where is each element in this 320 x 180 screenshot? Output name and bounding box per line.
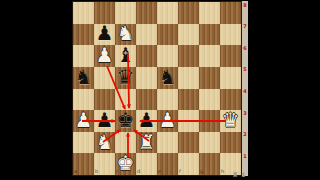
square-b3[interactable]: ♟ xyxy=(94,110,115,132)
black-knight-e5[interactable]: ♞ xyxy=(159,67,177,87)
square-e2[interactable] xyxy=(157,132,178,154)
square-b4[interactable] xyxy=(94,89,115,111)
square-e7[interactable] xyxy=(157,24,178,46)
square-f7[interactable] xyxy=(178,24,199,46)
square-c6[interactable]: ♝ xyxy=(115,45,136,67)
square-h7[interactable] xyxy=(220,24,241,46)
square-f8[interactable] xyxy=(178,2,199,24)
square-g7[interactable] xyxy=(199,24,220,46)
video-frame: ♟♞♟♝♞♛♞♟♟♚♟♟♛♞♜♚ 87654321 ♜ ♝ abcdefgh xyxy=(0,0,320,180)
square-g2[interactable] xyxy=(199,132,220,154)
file-label-c: c xyxy=(116,169,119,174)
square-g3[interactable] xyxy=(199,110,220,132)
white-king-c1[interactable]: ♚ xyxy=(117,153,135,173)
rank-label-5: 5 xyxy=(242,66,248,72)
square-b5[interactable] xyxy=(94,67,115,89)
square-a4[interactable] xyxy=(73,89,94,111)
square-f4[interactable] xyxy=(178,89,199,111)
square-h2[interactable] xyxy=(220,132,241,154)
white-pawn-e3[interactable]: ♟ xyxy=(159,110,177,130)
file-label-h: h xyxy=(221,169,224,174)
square-a8[interactable] xyxy=(73,2,94,24)
square-c2[interactable] xyxy=(115,132,136,154)
square-e3[interactable]: ♟ xyxy=(157,110,178,132)
square-a6[interactable] xyxy=(73,45,94,67)
white-knight-b2[interactable]: ♞ xyxy=(96,132,114,152)
square-b8[interactable] xyxy=(94,2,115,24)
square-d4[interactable] xyxy=(136,89,157,111)
square-b6[interactable]: ♟ xyxy=(94,45,115,67)
white-knight-c7[interactable]: ♞ xyxy=(117,23,135,43)
material-white-rook-icon: ♜ xyxy=(232,172,238,179)
white-queen-h3[interactable]: ♛ xyxy=(222,110,240,130)
file-label-e: e xyxy=(158,169,161,174)
file-label-f: f xyxy=(179,169,181,174)
square-b2[interactable]: ♞ xyxy=(94,132,115,154)
black-bishop-c6[interactable]: ♝ xyxy=(117,45,135,65)
black-queen-c5[interactable]: ♛ xyxy=(117,67,135,87)
rank-label-8: 8 xyxy=(242,2,248,8)
rank-label-4: 4 xyxy=(242,88,248,94)
square-e6[interactable] xyxy=(157,45,178,67)
square-h5[interactable] xyxy=(220,67,241,89)
white-pawn-a3[interactable]: ♟ xyxy=(75,110,93,130)
rank-label-7: 7 xyxy=(242,23,248,29)
white-rook-d2[interactable]: ♜ xyxy=(138,132,156,152)
square-d2[interactable]: ♜ xyxy=(136,132,157,154)
square-f3[interactable] xyxy=(178,110,199,132)
square-c7[interactable]: ♞ xyxy=(115,24,136,46)
square-c5[interactable]: ♛ xyxy=(115,67,136,89)
square-d7[interactable] xyxy=(136,24,157,46)
square-b7[interactable]: ♟ xyxy=(94,24,115,46)
square-d8[interactable] xyxy=(136,2,157,24)
rank-coordinate-strip: 87654321 xyxy=(242,1,248,176)
square-a7[interactable] xyxy=(73,24,94,46)
square-h4[interactable] xyxy=(220,89,241,111)
square-g6[interactable] xyxy=(199,45,220,67)
square-g5[interactable] xyxy=(199,67,220,89)
square-g4[interactable] xyxy=(199,89,220,111)
square-c4[interactable] xyxy=(115,89,136,111)
file-label-d: d xyxy=(137,169,140,174)
square-f1[interactable] xyxy=(178,153,199,175)
rank-label-3: 3 xyxy=(242,110,248,116)
chess-board: ♟♞♟♝♞♛♞♟♟♚♟♟♛♞♜♚ xyxy=(73,2,241,175)
black-pawn-b3[interactable]: ♟ xyxy=(96,110,114,130)
file-label-g: g xyxy=(200,169,203,174)
black-knight-a5[interactable]: ♞ xyxy=(75,67,93,87)
square-e8[interactable] xyxy=(157,2,178,24)
square-a5[interactable]: ♞ xyxy=(73,67,94,89)
black-king-c3[interactable]: ♚ xyxy=(117,110,135,130)
square-f2[interactable] xyxy=(178,132,199,154)
file-label-b: b xyxy=(95,169,98,174)
rank-label-1: 1 xyxy=(242,153,248,159)
square-c3[interactable]: ♚ xyxy=(115,110,136,132)
square-a2[interactable] xyxy=(73,132,94,154)
file-label-a: a xyxy=(74,169,77,174)
square-f5[interactable] xyxy=(178,67,199,89)
material-black-bishop-icon: ♝ xyxy=(240,172,246,179)
material-indicator: ♜ ♝ xyxy=(232,172,247,179)
square-h3[interactable]: ♛ xyxy=(220,110,241,132)
black-pawn-d3[interactable]: ♟ xyxy=(138,110,156,130)
square-a3[interactable]: ♟ xyxy=(73,110,94,132)
square-d3[interactable]: ♟ xyxy=(136,110,157,132)
square-h8[interactable] xyxy=(220,2,241,24)
board-frame: ♟♞♟♝♞♛♞♟♟♚♟♟♛♞♜♚ xyxy=(72,1,242,176)
rank-label-6: 6 xyxy=(242,45,248,51)
square-f6[interactable] xyxy=(178,45,199,67)
square-c8[interactable] xyxy=(115,2,136,24)
square-g8[interactable] xyxy=(199,2,220,24)
square-d5[interactable] xyxy=(136,67,157,89)
square-d6[interactable] xyxy=(136,45,157,67)
white-pawn-b6[interactable]: ♟ xyxy=(96,45,114,65)
square-e4[interactable] xyxy=(157,89,178,111)
square-h6[interactable] xyxy=(220,45,241,67)
rank-label-2: 2 xyxy=(242,131,248,137)
square-e5[interactable]: ♞ xyxy=(157,67,178,89)
black-pawn-b7[interactable]: ♟ xyxy=(96,23,114,43)
